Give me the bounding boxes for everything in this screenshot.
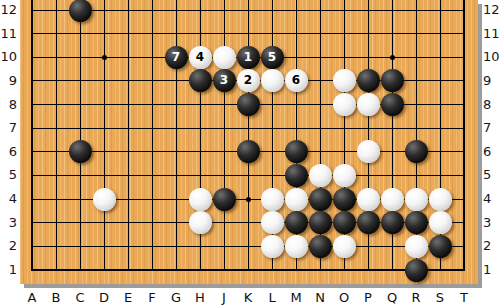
row-label-left-4: 4 bbox=[0, 191, 17, 207]
stone-O2[interactable] bbox=[333, 235, 356, 258]
row-label-left-7: 7 bbox=[0, 120, 17, 136]
col-label-G: G bbox=[166, 290, 186, 306]
stone-P9[interactable] bbox=[357, 69, 380, 92]
row-label-left-11: 11 bbox=[0, 26, 17, 42]
stone-R6[interactable] bbox=[405, 140, 428, 163]
move-number: 7 bbox=[172, 50, 180, 64]
star-point bbox=[390, 55, 395, 60]
col-label-F: F bbox=[142, 290, 162, 306]
stone-D4[interactable] bbox=[93, 188, 116, 211]
grid-line bbox=[463, 0, 465, 271]
row-label-right-8: 8 bbox=[483, 97, 500, 113]
col-label-D: D bbox=[94, 290, 114, 306]
stone-R4[interactable] bbox=[405, 188, 428, 211]
stone-J4[interactable] bbox=[213, 188, 236, 211]
move-number: 5 bbox=[268, 50, 276, 64]
grid-line bbox=[128, 0, 129, 271]
stone-Q3[interactable] bbox=[381, 211, 404, 234]
grid-line bbox=[31, 0, 33, 271]
row-label-left-10: 10 bbox=[0, 49, 17, 65]
col-label-P: P bbox=[358, 290, 378, 306]
col-label-L: L bbox=[262, 290, 282, 306]
grid-line bbox=[31, 128, 465, 129]
grid-line bbox=[224, 0, 225, 271]
col-label-N: N bbox=[310, 290, 330, 306]
row-label-right-4: 4 bbox=[483, 191, 500, 207]
row-label-left-2: 2 bbox=[0, 238, 17, 254]
grid-line bbox=[31, 175, 465, 176]
stone-H9[interactable] bbox=[189, 69, 212, 92]
go-diagram: 7415326 121211111010998877665544332211AB… bbox=[0, 0, 500, 308]
stone-K9[interactable]: 2 bbox=[237, 69, 260, 92]
move-number: 1 bbox=[244, 50, 252, 64]
move-number: 4 bbox=[196, 50, 204, 64]
row-label-left-8: 8 bbox=[0, 97, 17, 113]
stone-M4[interactable] bbox=[285, 188, 308, 211]
stone-N5[interactable] bbox=[309, 164, 332, 187]
row-label-left-5: 5 bbox=[0, 167, 17, 183]
stone-S4[interactable] bbox=[429, 188, 452, 211]
stone-Q8[interactable] bbox=[381, 93, 404, 116]
col-label-H: H bbox=[190, 290, 210, 306]
grid-line bbox=[104, 0, 105, 271]
row-label-right-1: 1 bbox=[483, 262, 500, 278]
row-label-right-12: 12 bbox=[483, 2, 500, 18]
stone-P4[interactable] bbox=[357, 188, 380, 211]
row-label-right-10: 10 bbox=[483, 49, 500, 65]
stone-R3[interactable] bbox=[405, 211, 428, 234]
stone-L9[interactable] bbox=[261, 69, 284, 92]
grid-line bbox=[152, 0, 153, 271]
col-label-C: C bbox=[70, 290, 90, 306]
stone-H4[interactable] bbox=[189, 188, 212, 211]
stone-H10[interactable]: 4 bbox=[189, 46, 212, 69]
stone-N4[interactable] bbox=[309, 188, 332, 211]
stone-G10[interactable]: 7 bbox=[165, 46, 188, 69]
stone-Q9[interactable] bbox=[381, 69, 404, 92]
stone-L4[interactable] bbox=[261, 188, 284, 211]
col-label-E: E bbox=[118, 290, 138, 306]
stone-R1[interactable] bbox=[405, 259, 428, 282]
stone-R2[interactable] bbox=[405, 235, 428, 258]
row-label-left-3: 3 bbox=[0, 215, 17, 231]
star-point bbox=[102, 55, 107, 60]
row-label-right-9: 9 bbox=[483, 73, 500, 89]
stone-P6[interactable] bbox=[357, 140, 380, 163]
stone-L3[interactable] bbox=[261, 211, 284, 234]
col-label-B: B bbox=[46, 290, 66, 306]
stone-M5[interactable] bbox=[285, 164, 308, 187]
move-number: 3 bbox=[220, 73, 228, 87]
col-label-A: A bbox=[22, 290, 42, 306]
stone-M2[interactable] bbox=[285, 235, 308, 258]
stone-S3[interactable] bbox=[429, 211, 452, 234]
grid-line bbox=[31, 33, 465, 34]
stone-O3[interactable] bbox=[333, 211, 356, 234]
col-label-R: R bbox=[406, 290, 426, 306]
stone-C6[interactable] bbox=[69, 140, 92, 163]
col-label-K: K bbox=[238, 290, 258, 306]
row-label-right-11: 11 bbox=[483, 26, 500, 42]
col-label-J: J bbox=[214, 290, 234, 306]
col-label-M: M bbox=[286, 290, 306, 306]
col-label-O: O bbox=[334, 290, 354, 306]
grid-line bbox=[31, 246, 465, 247]
stone-P3[interactable] bbox=[357, 211, 380, 234]
row-label-right-2: 2 bbox=[483, 238, 500, 254]
row-label-left-6: 6 bbox=[0, 144, 17, 160]
grid-line bbox=[56, 0, 57, 271]
grid-line bbox=[176, 0, 177, 271]
stone-O5[interactable] bbox=[333, 164, 356, 187]
stone-J9[interactable]: 3 bbox=[213, 69, 236, 92]
col-label-T: T bbox=[454, 290, 474, 306]
stone-K8[interactable] bbox=[237, 93, 260, 116]
stone-L10[interactable]: 5 bbox=[261, 46, 284, 69]
row-label-right-3: 3 bbox=[483, 215, 500, 231]
move-number: 6 bbox=[292, 73, 300, 87]
grid-line bbox=[31, 269, 465, 271]
row-label-right-6: 6 bbox=[483, 144, 500, 160]
stone-K10[interactable]: 1 bbox=[237, 46, 260, 69]
stone-H3[interactable] bbox=[189, 211, 212, 234]
move-number: 2 bbox=[244, 73, 252, 87]
row-label-left-12: 12 bbox=[0, 2, 17, 18]
col-label-Q: Q bbox=[382, 290, 402, 306]
stone-C12[interactable] bbox=[69, 0, 92, 22]
stone-O8[interactable] bbox=[333, 93, 356, 116]
stone-P8[interactable] bbox=[357, 93, 380, 116]
stone-J10[interactable] bbox=[213, 46, 236, 69]
stone-Q4[interactable] bbox=[381, 188, 404, 211]
stone-O9[interactable] bbox=[333, 69, 356, 92]
stone-M9[interactable]: 6 bbox=[285, 69, 308, 92]
stone-N3[interactable] bbox=[309, 211, 332, 234]
row-label-right-7: 7 bbox=[483, 120, 500, 136]
stone-M3[interactable] bbox=[285, 211, 308, 234]
grid-line bbox=[80, 0, 81, 271]
stone-L2[interactable] bbox=[261, 235, 284, 258]
grid-line bbox=[31, 10, 465, 11]
stone-S2[interactable] bbox=[429, 235, 452, 258]
goban[interactable]: 7415326 bbox=[20, 0, 478, 284]
stone-O4[interactable] bbox=[333, 188, 356, 211]
row-label-left-9: 9 bbox=[0, 73, 17, 89]
stone-N2[interactable] bbox=[309, 235, 332, 258]
stone-K6[interactable] bbox=[237, 140, 260, 163]
row-label-right-5: 5 bbox=[483, 167, 500, 183]
col-label-S: S bbox=[430, 290, 450, 306]
stone-M6[interactable] bbox=[285, 140, 308, 163]
grid-line bbox=[248, 0, 249, 271]
star-point bbox=[246, 197, 251, 202]
row-label-left-1: 1 bbox=[0, 262, 17, 278]
